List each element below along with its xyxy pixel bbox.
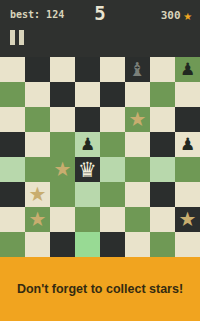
board-square[interactable]: [0, 232, 25, 257]
board-square[interactable]: [125, 207, 150, 232]
collectible-star-icon: ★: [29, 182, 47, 207]
board-square[interactable]: [75, 207, 100, 232]
board-square[interactable]: [0, 82, 25, 107]
board-square[interactable]: [75, 57, 100, 82]
board-square[interactable]: [0, 182, 25, 207]
board-square[interactable]: [50, 182, 75, 207]
board-square[interactable]: ★: [25, 207, 50, 232]
board-square[interactable]: [25, 232, 50, 257]
header-bar: best: 124 5 300 ★: [0, 0, 200, 57]
board-square[interactable]: [175, 182, 200, 207]
board-square[interactable]: [75, 107, 100, 132]
board-square[interactable]: [150, 157, 175, 182]
board-square[interactable]: [175, 107, 200, 132]
board-square[interactable]: [150, 57, 175, 82]
white-queen-piece[interactable]: ♛: [78, 157, 97, 182]
board-square[interactable]: [150, 132, 175, 157]
board-square[interactable]: ★: [175, 207, 200, 232]
board-square[interactable]: [25, 57, 50, 82]
star-count-value: 300: [161, 9, 181, 22]
board-square[interactable]: ♟: [75, 132, 100, 157]
pause-bar-icon: [19, 30, 24, 45]
hint-banner-text: Don't forget to collect stars!: [17, 282, 183, 296]
board-square[interactable]: [100, 182, 125, 207]
black-bishop-piece: ♝: [129, 57, 146, 82]
collectible-star-icon: ★: [179, 207, 197, 232]
board-square[interactable]: [75, 182, 100, 207]
board-square[interactable]: [125, 82, 150, 107]
board-square[interactable]: [50, 132, 75, 157]
black-pawn-piece: ♟: [180, 57, 195, 82]
board-square[interactable]: [100, 232, 125, 257]
board-square[interactable]: [100, 207, 125, 232]
gold-star-icon: ★: [184, 10, 192, 21]
board-square[interactable]: [50, 207, 75, 232]
board-square[interactable]: [100, 132, 125, 157]
board-square[interactable]: [175, 157, 200, 182]
board-square[interactable]: [175, 82, 200, 107]
board-square[interactable]: [0, 132, 25, 157]
board-square[interactable]: [0, 57, 25, 82]
board-square[interactable]: [125, 232, 150, 257]
board-square[interactable]: [25, 132, 50, 157]
board-square[interactable]: [75, 232, 100, 257]
board-square[interactable]: ♝: [125, 57, 150, 82]
black-pawn-piece: ♟: [180, 132, 195, 157]
board-square[interactable]: ♟: [175, 132, 200, 157]
board-square[interactable]: [100, 157, 125, 182]
collectible-star-icon: ★: [29, 207, 47, 232]
board-square[interactable]: [150, 182, 175, 207]
board-square[interactable]: [50, 232, 75, 257]
board-square[interactable]: ★: [25, 182, 50, 207]
board-square[interactable]: [125, 182, 150, 207]
board-square[interactable]: [125, 157, 150, 182]
pause-button[interactable]: [10, 30, 26, 45]
board-square[interactable]: [150, 232, 175, 257]
board-square[interactable]: [75, 82, 100, 107]
board-square[interactable]: [0, 207, 25, 232]
chess-board: ♝♟★♟♟★♛★★★: [0, 57, 200, 257]
board-square[interactable]: [50, 107, 75, 132]
board-square[interactable]: [25, 82, 50, 107]
collectible-star-icon: ★: [54, 157, 72, 182]
board-square[interactable]: [150, 82, 175, 107]
board-square[interactable]: [125, 132, 150, 157]
pause-bar-icon: [10, 30, 15, 45]
board-square[interactable]: [50, 57, 75, 82]
board-square[interactable]: [100, 57, 125, 82]
collectible-star-icon: ★: [129, 107, 147, 132]
star-count: 300 ★: [161, 9, 192, 22]
board-square[interactable]: [100, 107, 125, 132]
board-square[interactable]: [0, 157, 25, 182]
board-square[interactable]: [150, 207, 175, 232]
black-pawn-piece: ♟: [80, 132, 95, 157]
board-square[interactable]: [25, 107, 50, 132]
board-square[interactable]: [0, 107, 25, 132]
board-square[interactable]: ★: [125, 107, 150, 132]
board-square[interactable]: [175, 232, 200, 257]
hint-banner: Don't forget to collect stars!: [0, 257, 200, 321]
board-square[interactable]: [25, 157, 50, 182]
board-square[interactable]: [50, 82, 75, 107]
board-square[interactable]: ♛: [75, 157, 100, 182]
board-square[interactable]: [150, 107, 175, 132]
board-square[interactable]: ★: [50, 157, 75, 182]
board-square[interactable]: [100, 82, 125, 107]
board-square[interactable]: ♟: [175, 57, 200, 82]
